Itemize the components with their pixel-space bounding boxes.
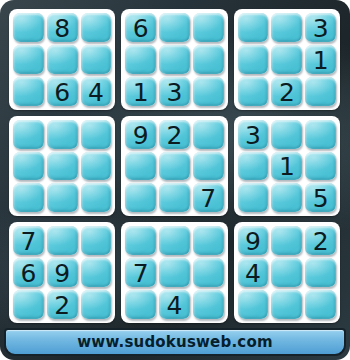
cell-digit: 8 [54,16,70,41]
sudoku-cell-r4c2[interactable] [47,120,78,149]
sudoku-cell-r9c4[interactable] [125,290,156,319]
cell-digit: 9 [245,229,261,254]
sudoku-cell-r2c2[interactable] [47,45,78,74]
cell-digit: 7 [200,186,216,211]
site-url: www.sudokusweb.com [77,333,272,351]
cell-digit: 3 [245,123,261,148]
cell-digit: 1 [279,154,295,179]
sudoku-cell-r9c3[interactable] [81,290,112,319]
sudoku-cell-r8c2[interactable]: 9 [47,258,78,287]
sudoku-cell-r5c2[interactable] [47,152,78,181]
sudoku-cell-r3c6[interactable] [193,77,224,106]
sudoku-box-8: 74 [121,222,227,323]
sudoku-cell-r5c1[interactable] [13,152,44,181]
sudoku-box-6: 315 [234,116,340,217]
cell-digit: 3 [313,16,329,41]
sudoku-cell-r1c3[interactable] [81,13,112,42]
sudoku-cell-r2c8[interactable] [271,45,302,74]
sudoku-cell-r7c4[interactable] [125,226,156,255]
sudoku-cell-r5c9[interactable] [305,152,336,181]
sudoku-cell-r1c8[interactable] [271,13,302,42]
sudoku-box-4 [9,116,115,217]
sudoku-cell-r8c8[interactable] [271,258,302,287]
sudoku-cell-r7c1[interactable]: 7 [13,226,44,255]
sudoku-cell-r6c7[interactable] [238,183,269,212]
sudoku-cell-r7c7[interactable]: 9 [238,226,269,255]
sudoku-cell-r2c1[interactable] [13,45,44,74]
sudoku-cell-r8c4[interactable]: 7 [125,258,156,287]
site-banner: www.sudokusweb.com [4,328,346,356]
sudoku-cell-r3c3[interactable]: 4 [81,77,112,106]
sudoku-cell-r5c4[interactable] [125,152,156,181]
sudoku-cell-r9c8[interactable] [271,290,302,319]
sudoku-cell-r8c7[interactable]: 4 [238,258,269,287]
sudoku-cell-r3c1[interactable] [13,77,44,106]
sudoku-board: 864613312927315769274924 www.sudokusweb.… [0,0,350,360]
cell-digit: 9 [54,261,70,286]
sudoku-cell-r3c2[interactable]: 6 [47,77,78,106]
sudoku-cell-r6c6[interactable]: 7 [193,183,224,212]
sudoku-cell-r1c2[interactable]: 8 [47,13,78,42]
sudoku-cell-r4c5[interactable]: 2 [159,120,190,149]
cell-digit: 4 [88,80,104,105]
sudoku-cell-r8c3[interactable] [81,258,112,287]
cell-digit: 2 [279,80,295,105]
sudoku-cell-r6c4[interactable] [125,183,156,212]
cell-digit: 2 [313,229,329,254]
sudoku-cell-r4c1[interactable] [13,120,44,149]
sudoku-cell-r8c9[interactable] [305,258,336,287]
sudoku-cell-r2c5[interactable] [159,45,190,74]
sudoku-cell-r4c9[interactable] [305,120,336,149]
sudoku-cell-r6c3[interactable] [81,183,112,212]
sudoku-cell-r3c4[interactable]: 1 [125,77,156,106]
sudoku-cell-r9c7[interactable] [238,290,269,319]
cell-digit: 1 [313,48,329,73]
cell-digit: 6 [20,261,36,286]
sudoku-cell-r9c1[interactable] [13,290,44,319]
sudoku-box-7: 7692 [9,222,115,323]
sudoku-cell-r9c5[interactable]: 4 [159,290,190,319]
sudoku-cell-r2c4[interactable] [125,45,156,74]
sudoku-cell-r9c6[interactable] [193,290,224,319]
cell-digit: 2 [167,123,183,148]
sudoku-cell-r4c7[interactable]: 3 [238,120,269,149]
sudoku-cell-r3c7[interactable] [238,77,269,106]
sudoku-cell-r2c3[interactable] [81,45,112,74]
sudoku-cell-r6c1[interactable] [13,183,44,212]
cell-digit: 1 [133,80,149,105]
sudoku-cell-r1c1[interactable] [13,13,44,42]
sudoku-box-9: 924 [234,222,340,323]
sudoku-cell-r8c5[interactable] [159,258,190,287]
sudoku-cell-r4c8[interactable] [271,120,302,149]
sudoku-cell-r4c4[interactable]: 9 [125,120,156,149]
sudoku-cell-r7c6[interactable] [193,226,224,255]
sudoku-cell-r1c5[interactable] [159,13,190,42]
cell-digit: 7 [20,229,36,254]
sudoku-cell-r5c3[interactable] [81,152,112,181]
cell-digit: 4 [245,261,261,286]
sudoku-cell-r8c6[interactable] [193,258,224,287]
sudoku-cell-r9c2[interactable]: 2 [47,290,78,319]
sudoku-cell-r9c9[interactable] [305,290,336,319]
sudoku-cell-r6c5[interactable] [159,183,190,212]
sudoku-cell-r6c2[interactable] [47,183,78,212]
sudoku-grid: 864613312927315769274924 [0,0,350,326]
sudoku-cell-r3c8[interactable]: 2 [271,77,302,106]
sudoku-cell-r1c7[interactable] [238,13,269,42]
sudoku-cell-r3c9[interactable] [305,77,336,106]
sudoku-cell-r4c6[interactable] [193,120,224,149]
sudoku-cell-r6c9[interactable]: 5 [305,183,336,212]
sudoku-cell-r6c8[interactable] [271,183,302,212]
cell-digit: 3 [167,80,183,105]
sudoku-cell-r3c5[interactable]: 3 [159,77,190,106]
sudoku-box-1: 864 [9,9,115,110]
sudoku-cell-r7c3[interactable] [81,226,112,255]
sudoku-cell-r2c7[interactable] [238,45,269,74]
sudoku-cell-r8c1[interactable]: 6 [13,258,44,287]
sudoku-cell-r5c6[interactable] [193,152,224,181]
sudoku-cell-r1c6[interactable] [193,13,224,42]
sudoku-cell-r2c6[interactable] [193,45,224,74]
sudoku-box-5: 927 [121,116,227,217]
sudoku-cell-r2c9[interactable]: 1 [305,45,336,74]
sudoku-cell-r5c5[interactable] [159,152,190,181]
sudoku-cell-r4c3[interactable] [81,120,112,149]
sudoku-cell-r7c9[interactable]: 2 [305,226,336,255]
sudoku-cell-r1c4[interactable]: 6 [125,13,156,42]
cell-digit: 6 [133,16,149,41]
sudoku-cell-r1c9[interactable]: 3 [305,13,336,42]
sudoku-cell-r7c8[interactable] [271,226,302,255]
cell-digit: 4 [167,293,183,318]
cell-digit: 7 [133,261,149,286]
cell-digit: 5 [313,186,329,211]
sudoku-cell-r7c2[interactable] [47,226,78,255]
cell-digit: 6 [54,80,70,105]
cell-digit: 9 [133,123,149,148]
sudoku-box-2: 613 [121,9,227,110]
cell-digit: 2 [54,293,70,318]
sudoku-cell-r5c7[interactable] [238,152,269,181]
sudoku-cell-r5c8[interactable]: 1 [271,152,302,181]
sudoku-cell-r7c5[interactable] [159,226,190,255]
sudoku-box-3: 312 [234,9,340,110]
